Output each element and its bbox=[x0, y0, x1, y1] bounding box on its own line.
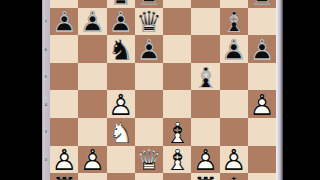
letterbox-left bbox=[0, 0, 42, 180]
rank-coordinates-strip: 87654321 bbox=[42, 0, 50, 180]
piece-outline-layer: ♙ bbox=[248, 91, 276, 119]
square-d7[interactable]: ♛♕ bbox=[135, 8, 163, 36]
letterbox-right bbox=[283, 0, 320, 180]
black-pawn-c7[interactable]: ♟♙ bbox=[107, 8, 135, 36]
square-a6[interactable] bbox=[50, 35, 78, 63]
rank-label-3: 3 bbox=[44, 130, 47, 134]
rank-label-4: 4 bbox=[44, 102, 47, 106]
white-pawn-b2[interactable]: ♟♙ bbox=[78, 146, 106, 174]
square-d3[interactable] bbox=[135, 118, 163, 146]
piece-outline-layer: ♙ bbox=[50, 9, 78, 37]
square-c3[interactable]: ♞♘ bbox=[107, 118, 135, 146]
square-e3[interactable]: ♝♗ bbox=[163, 118, 191, 146]
white-king-g1[interactable]: ♚♔ bbox=[220, 173, 248, 180]
black-rook-h8[interactable]: ♜♖ bbox=[248, 0, 276, 8]
square-a1[interactable]: ♜♖ bbox=[50, 173, 78, 180]
white-pawn-f2[interactable]: ♟♙ bbox=[191, 146, 219, 174]
square-g6[interactable]: ♟♙ bbox=[220, 35, 248, 63]
square-f2[interactable]: ♟♙ bbox=[191, 146, 219, 174]
white-bishop-e3[interactable]: ♝♗ bbox=[163, 118, 191, 146]
square-h1[interactable] bbox=[248, 173, 276, 180]
square-b3[interactable] bbox=[78, 118, 106, 146]
piece-outline-layer: ♔ bbox=[220, 174, 248, 180]
square-g7[interactable]: ♝♗ bbox=[220, 8, 248, 36]
piece-outline-layer: ♙ bbox=[78, 9, 106, 37]
square-c6[interactable]: ♞♘ bbox=[107, 35, 135, 63]
square-h8[interactable]: ♜♖ bbox=[248, 0, 276, 8]
square-c1[interactable] bbox=[107, 173, 135, 180]
square-g5[interactable] bbox=[220, 63, 248, 91]
square-g2[interactable]: ♟♙ bbox=[220, 146, 248, 174]
square-g3[interactable] bbox=[220, 118, 248, 146]
piece-outline-layer: ♗ bbox=[163, 147, 191, 175]
square-e6[interactable] bbox=[163, 35, 191, 63]
square-f8[interactable] bbox=[191, 0, 219, 8]
white-pawn-c4[interactable]: ♟♙ bbox=[107, 90, 135, 118]
square-h4[interactable]: ♟♙ bbox=[248, 90, 276, 118]
square-a5[interactable] bbox=[50, 63, 78, 91]
window-edge-strip bbox=[276, 0, 283, 180]
white-pawn-a2[interactable]: ♟♙ bbox=[50, 146, 78, 174]
square-b1[interactable] bbox=[78, 173, 106, 180]
piece-outline-layer: ♕ bbox=[135, 147, 163, 175]
black-queen-d7[interactable]: ♛♕ bbox=[135, 8, 163, 36]
board-viewport: ♚♔♜♖♜♖♟♙♟♙♟♙♛♕♝♗♞♘♟♙♟♙♟♙♝♗♟♙♟♙♞♘♝♗♟♙♟♙♛♕… bbox=[50, 0, 276, 180]
square-b2[interactable]: ♟♙ bbox=[78, 146, 106, 174]
white-queen-d2[interactable]: ♛♕ bbox=[135, 146, 163, 174]
piece-outline-layer: ♙ bbox=[135, 36, 163, 64]
square-b5[interactable] bbox=[78, 63, 106, 91]
square-d2[interactable]: ♛♕ bbox=[135, 146, 163, 174]
black-pawn-g6[interactable]: ♟♙ bbox=[220, 35, 248, 63]
square-e7[interactable] bbox=[163, 8, 191, 36]
rank-label-5: 5 bbox=[44, 75, 47, 79]
piece-outline-layer: ♘ bbox=[107, 36, 135, 64]
square-c2[interactable] bbox=[107, 146, 135, 174]
square-c5[interactable] bbox=[107, 63, 135, 91]
square-g1[interactable]: ♚♔ bbox=[220, 173, 248, 180]
square-h3[interactable] bbox=[248, 118, 276, 146]
square-h5[interactable] bbox=[248, 63, 276, 91]
white-rook-f1[interactable]: ♜♖ bbox=[191, 173, 219, 180]
square-h7[interactable] bbox=[248, 8, 276, 36]
square-b6[interactable] bbox=[78, 35, 106, 63]
piece-outline-layer: ♘ bbox=[107, 119, 135, 147]
square-d1[interactable] bbox=[135, 173, 163, 180]
square-a3[interactable] bbox=[50, 118, 78, 146]
square-a2[interactable]: ♟♙ bbox=[50, 146, 78, 174]
square-e2[interactable]: ♝♗ bbox=[163, 146, 191, 174]
square-d5[interactable] bbox=[135, 63, 163, 91]
piece-outline-layer: ♖ bbox=[191, 174, 219, 180]
black-bishop-f5[interactable]: ♝♗ bbox=[191, 63, 219, 91]
rank-label-2: 2 bbox=[44, 158, 47, 162]
square-e4[interactable] bbox=[163, 90, 191, 118]
square-f4[interactable] bbox=[191, 90, 219, 118]
square-e8[interactable] bbox=[163, 0, 191, 8]
square-e5[interactable] bbox=[163, 63, 191, 91]
white-pawn-g2[interactable]: ♟♙ bbox=[220, 146, 248, 174]
square-h6[interactable]: ♟♙ bbox=[248, 35, 276, 63]
black-pawn-a7[interactable]: ♟♙ bbox=[50, 8, 78, 36]
black-pawn-d6[interactable]: ♟♙ bbox=[135, 35, 163, 63]
square-b4[interactable] bbox=[78, 90, 106, 118]
square-d4[interactable] bbox=[135, 90, 163, 118]
white-knight-c3[interactable]: ♞♘ bbox=[107, 118, 135, 146]
white-bishop-e2[interactable]: ♝♗ bbox=[163, 146, 191, 174]
square-e1[interactable] bbox=[163, 173, 191, 180]
square-a7[interactable]: ♟♙ bbox=[50, 8, 78, 36]
rank-label-7: 7 bbox=[44, 20, 47, 24]
square-a4[interactable] bbox=[50, 90, 78, 118]
square-c7[interactable]: ♟♙ bbox=[107, 8, 135, 36]
white-rook-a1[interactable]: ♜♖ bbox=[50, 173, 78, 180]
square-d6[interactable]: ♟♙ bbox=[135, 35, 163, 63]
piece-outline-layer: ♗ bbox=[191, 64, 219, 92]
piece-outline-layer: ♙ bbox=[78, 147, 106, 175]
square-h2[interactable] bbox=[248, 146, 276, 174]
piece-outline-layer: ♙ bbox=[220, 36, 248, 64]
black-pawn-h6[interactable]: ♟♙ bbox=[248, 35, 276, 63]
black-pawn-b7[interactable]: ♟♙ bbox=[78, 8, 106, 36]
square-f1[interactable]: ♜♖ bbox=[191, 173, 219, 180]
square-b7[interactable]: ♟♙ bbox=[78, 8, 106, 36]
app-window: 87654321 ♚♔♜♖♜♖♟♙♟♙♟♙♛♕♝♗♞♘♟♙♟♙♟♙♝♗♟♙♟♙♞… bbox=[0, 0, 320, 180]
rank-label-6: 6 bbox=[44, 47, 47, 51]
square-c4[interactable]: ♟♙ bbox=[107, 90, 135, 118]
chess-board: ♚♔♜♖♜♖♟♙♟♙♟♙♛♕♝♗♞♘♟♙♟♙♟♙♝♗♟♙♟♙♞♘♝♗♟♙♟♙♛♕… bbox=[50, 0, 276, 180]
square-f7[interactable] bbox=[191, 8, 219, 36]
square-f6[interactable] bbox=[191, 35, 219, 63]
white-pawn-h4[interactable]: ♟♙ bbox=[248, 90, 276, 118]
black-bishop-g7[interactable]: ♝♗ bbox=[220, 8, 248, 36]
square-g4[interactable] bbox=[220, 90, 248, 118]
piece-outline-layer: ♙ bbox=[248, 36, 276, 64]
black-knight-c6[interactable]: ♞♘ bbox=[107, 35, 135, 63]
piece-outline-layer: ♖ bbox=[50, 174, 78, 180]
square-f3[interactable] bbox=[191, 118, 219, 146]
square-f5[interactable]: ♝♗ bbox=[191, 63, 219, 91]
